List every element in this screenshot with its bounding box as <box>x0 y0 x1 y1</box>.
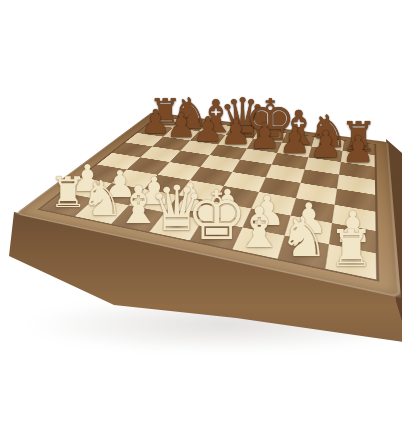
piece-white-knight-g1[interactable]: ♞ <box>276 210 331 265</box>
chess-set-photo: ♜♞♝♛♚♝♞♜♟♟♟♟♟♟♟♟♟♟♟♟♟♟♟♟♜♞♝♛♚♝♞♜ <box>0 0 402 438</box>
pieces-layer: ♜♞♝♛♚♝♞♜♟♟♟♟♟♟♟♟♟♟♟♟♟♟♟♟♜♞♝♛♚♝♞♜ <box>0 0 402 438</box>
piece-black-pawn-h7[interactable]: ♟ <box>340 131 377 168</box>
piece-white-rook-h1[interactable]: ♜ <box>326 223 377 274</box>
